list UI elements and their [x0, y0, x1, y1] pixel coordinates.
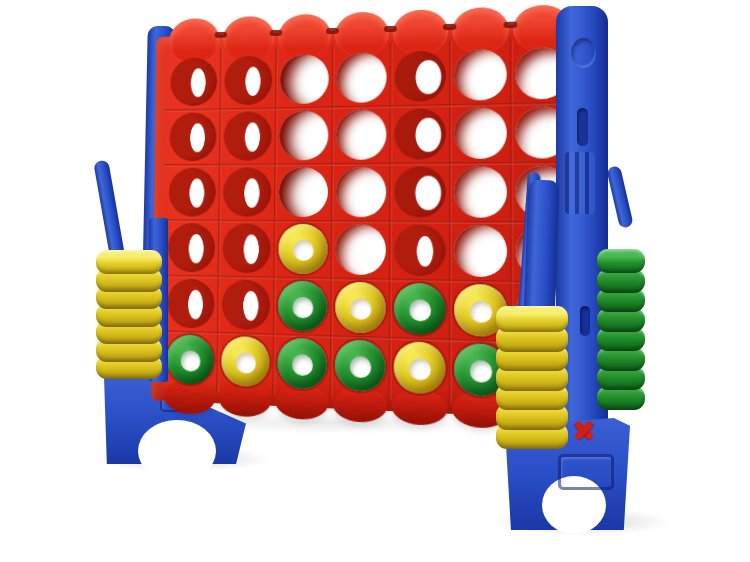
- cell-r2c1: [166, 109, 221, 165]
- cell-r2c2: [220, 108, 276, 164]
- hole-r5c1: [167, 279, 215, 329]
- disc-green-r6c4: [335, 339, 386, 392]
- front-yellow-disc-stack: [496, 306, 568, 449]
- cell-r3c2: [219, 164, 275, 220]
- hole-r6c2: [221, 336, 270, 388]
- hole-r4c3: [278, 224, 328, 275]
- cell-r1c3: [276, 51, 333, 109]
- hole-r3c4: [336, 167, 387, 218]
- cell-r4c3: [274, 221, 331, 279]
- stack-disc-green-1: [597, 249, 645, 273]
- board-drop-slot: [215, 32, 227, 38]
- board-drop-slot: [443, 24, 456, 31]
- cell-r1c2: [220, 52, 276, 109]
- board-drop-slot: [384, 26, 397, 32]
- cell-r5c4: [331, 278, 390, 337]
- cell-r6c1: [163, 331, 218, 389]
- right-green-disc-stack: [597, 249, 645, 410]
- cell-r1c4: [332, 49, 390, 107]
- cell-r4c1: [164, 220, 219, 276]
- hole-r3c6: [454, 166, 507, 218]
- cell-r4c4: [331, 221, 390, 279]
- post-grooves: [565, 152, 595, 214]
- hole-r5c5: [394, 283, 446, 336]
- right-front-rail: [524, 180, 560, 321]
- stack-disc-yellow-1: [496, 306, 568, 332]
- hole-r2c3: [279, 110, 328, 160]
- hole-r5c3: [278, 281, 328, 332]
- hole-r6c4: [335, 339, 386, 392]
- hole-r3c3: [279, 167, 328, 217]
- hole-r5c2: [222, 279, 271, 330]
- hole-r5c4: [335, 282, 386, 334]
- cell-r5c5: [390, 279, 450, 339]
- disc-green-r6c3: [277, 338, 327, 390]
- cell-r3c5: [390, 163, 450, 222]
- hole-r2c6: [454, 107, 507, 159]
- post-slot-lower: [580, 306, 590, 336]
- hole-r6c1: [166, 334, 214, 385]
- post-screw-recess: [571, 38, 596, 68]
- right-slide-rail-outer: [606, 165, 634, 229]
- hole-r4c2: [222, 223, 271, 273]
- cell-r2c5: [390, 105, 450, 164]
- hole-r1c6: [454, 48, 507, 100]
- cell-r4c5: [390, 221, 450, 280]
- hole-r4c5: [394, 224, 446, 276]
- hole-r3c5: [394, 166, 446, 217]
- cell-r3c1: [165, 165, 220, 221]
- board-drop-slot: [270, 30, 283, 36]
- hole-r3c2: [223, 167, 271, 216]
- cell-r6c5: [389, 338, 449, 399]
- cell-r6c4: [331, 336, 390, 396]
- disc-yellow-r4c3: [278, 224, 328, 275]
- hole-r6c5: [394, 341, 446, 395]
- cell-r2c4: [332, 106, 390, 164]
- post-slot: [577, 108, 588, 146]
- cell-r5c1: [163, 276, 218, 333]
- hole-r3c1: [169, 168, 216, 217]
- disc-yellow-r6c5: [394, 341, 446, 395]
- cell-r1c5: [391, 47, 451, 106]
- disc-green-r5c3: [278, 281, 328, 332]
- cell-r1c6: [450, 45, 511, 105]
- disc-green-r6c1: [166, 334, 214, 385]
- cell-r2c6: [450, 104, 511, 163]
- hole-r1c5: [395, 50, 446, 102]
- cell-r4c2: [219, 220, 275, 277]
- hole-r2c1: [169, 112, 216, 161]
- hole-r2c2: [224, 111, 272, 161]
- hole-r1c4: [336, 52, 386, 103]
- cell-r1c1: [166, 54, 221, 110]
- hole-r2c4: [336, 109, 386, 160]
- cell-r2c3: [275, 107, 332, 164]
- cell-r3c6: [450, 163, 511, 222]
- cell-r5c3: [274, 277, 332, 336]
- disc-yellow-r5c4: [335, 282, 386, 334]
- hole-r1c2: [224, 55, 272, 105]
- board-drop-slot: [326, 28, 339, 34]
- hole-r2c5: [394, 108, 445, 159]
- left-yellow-disc-stack: [96, 250, 162, 379]
- hole-r4c4: [335, 224, 386, 275]
- disc-green-r5c5: [394, 283, 446, 336]
- hole-r4c6: [454, 225, 507, 278]
- left-foot-arch: [138, 420, 216, 482]
- right-foot-panel: [558, 454, 614, 490]
- cell-r3c3: [275, 164, 332, 221]
- board-drop-slot: [504, 22, 518, 29]
- red-cross-knob: [572, 418, 596, 442]
- cell-r4c6: [450, 222, 512, 282]
- hole-r1c3: [280, 54, 329, 104]
- hole-r4c1: [168, 223, 215, 272]
- disc-yellow-r6c2: [221, 336, 270, 388]
- left-slide-rail: [93, 159, 125, 262]
- cell-r5c2: [218, 276, 274, 334]
- hole-r6c3: [277, 338, 327, 390]
- cell-r6c2: [217, 333, 274, 392]
- cell-r3c4: [332, 164, 391, 222]
- cell-r6c3: [273, 334, 331, 394]
- hole-r1c1: [170, 57, 217, 106]
- stack-disc-yellow-1: [96, 250, 162, 274]
- giant-connect-four-scene: [0, 0, 750, 562]
